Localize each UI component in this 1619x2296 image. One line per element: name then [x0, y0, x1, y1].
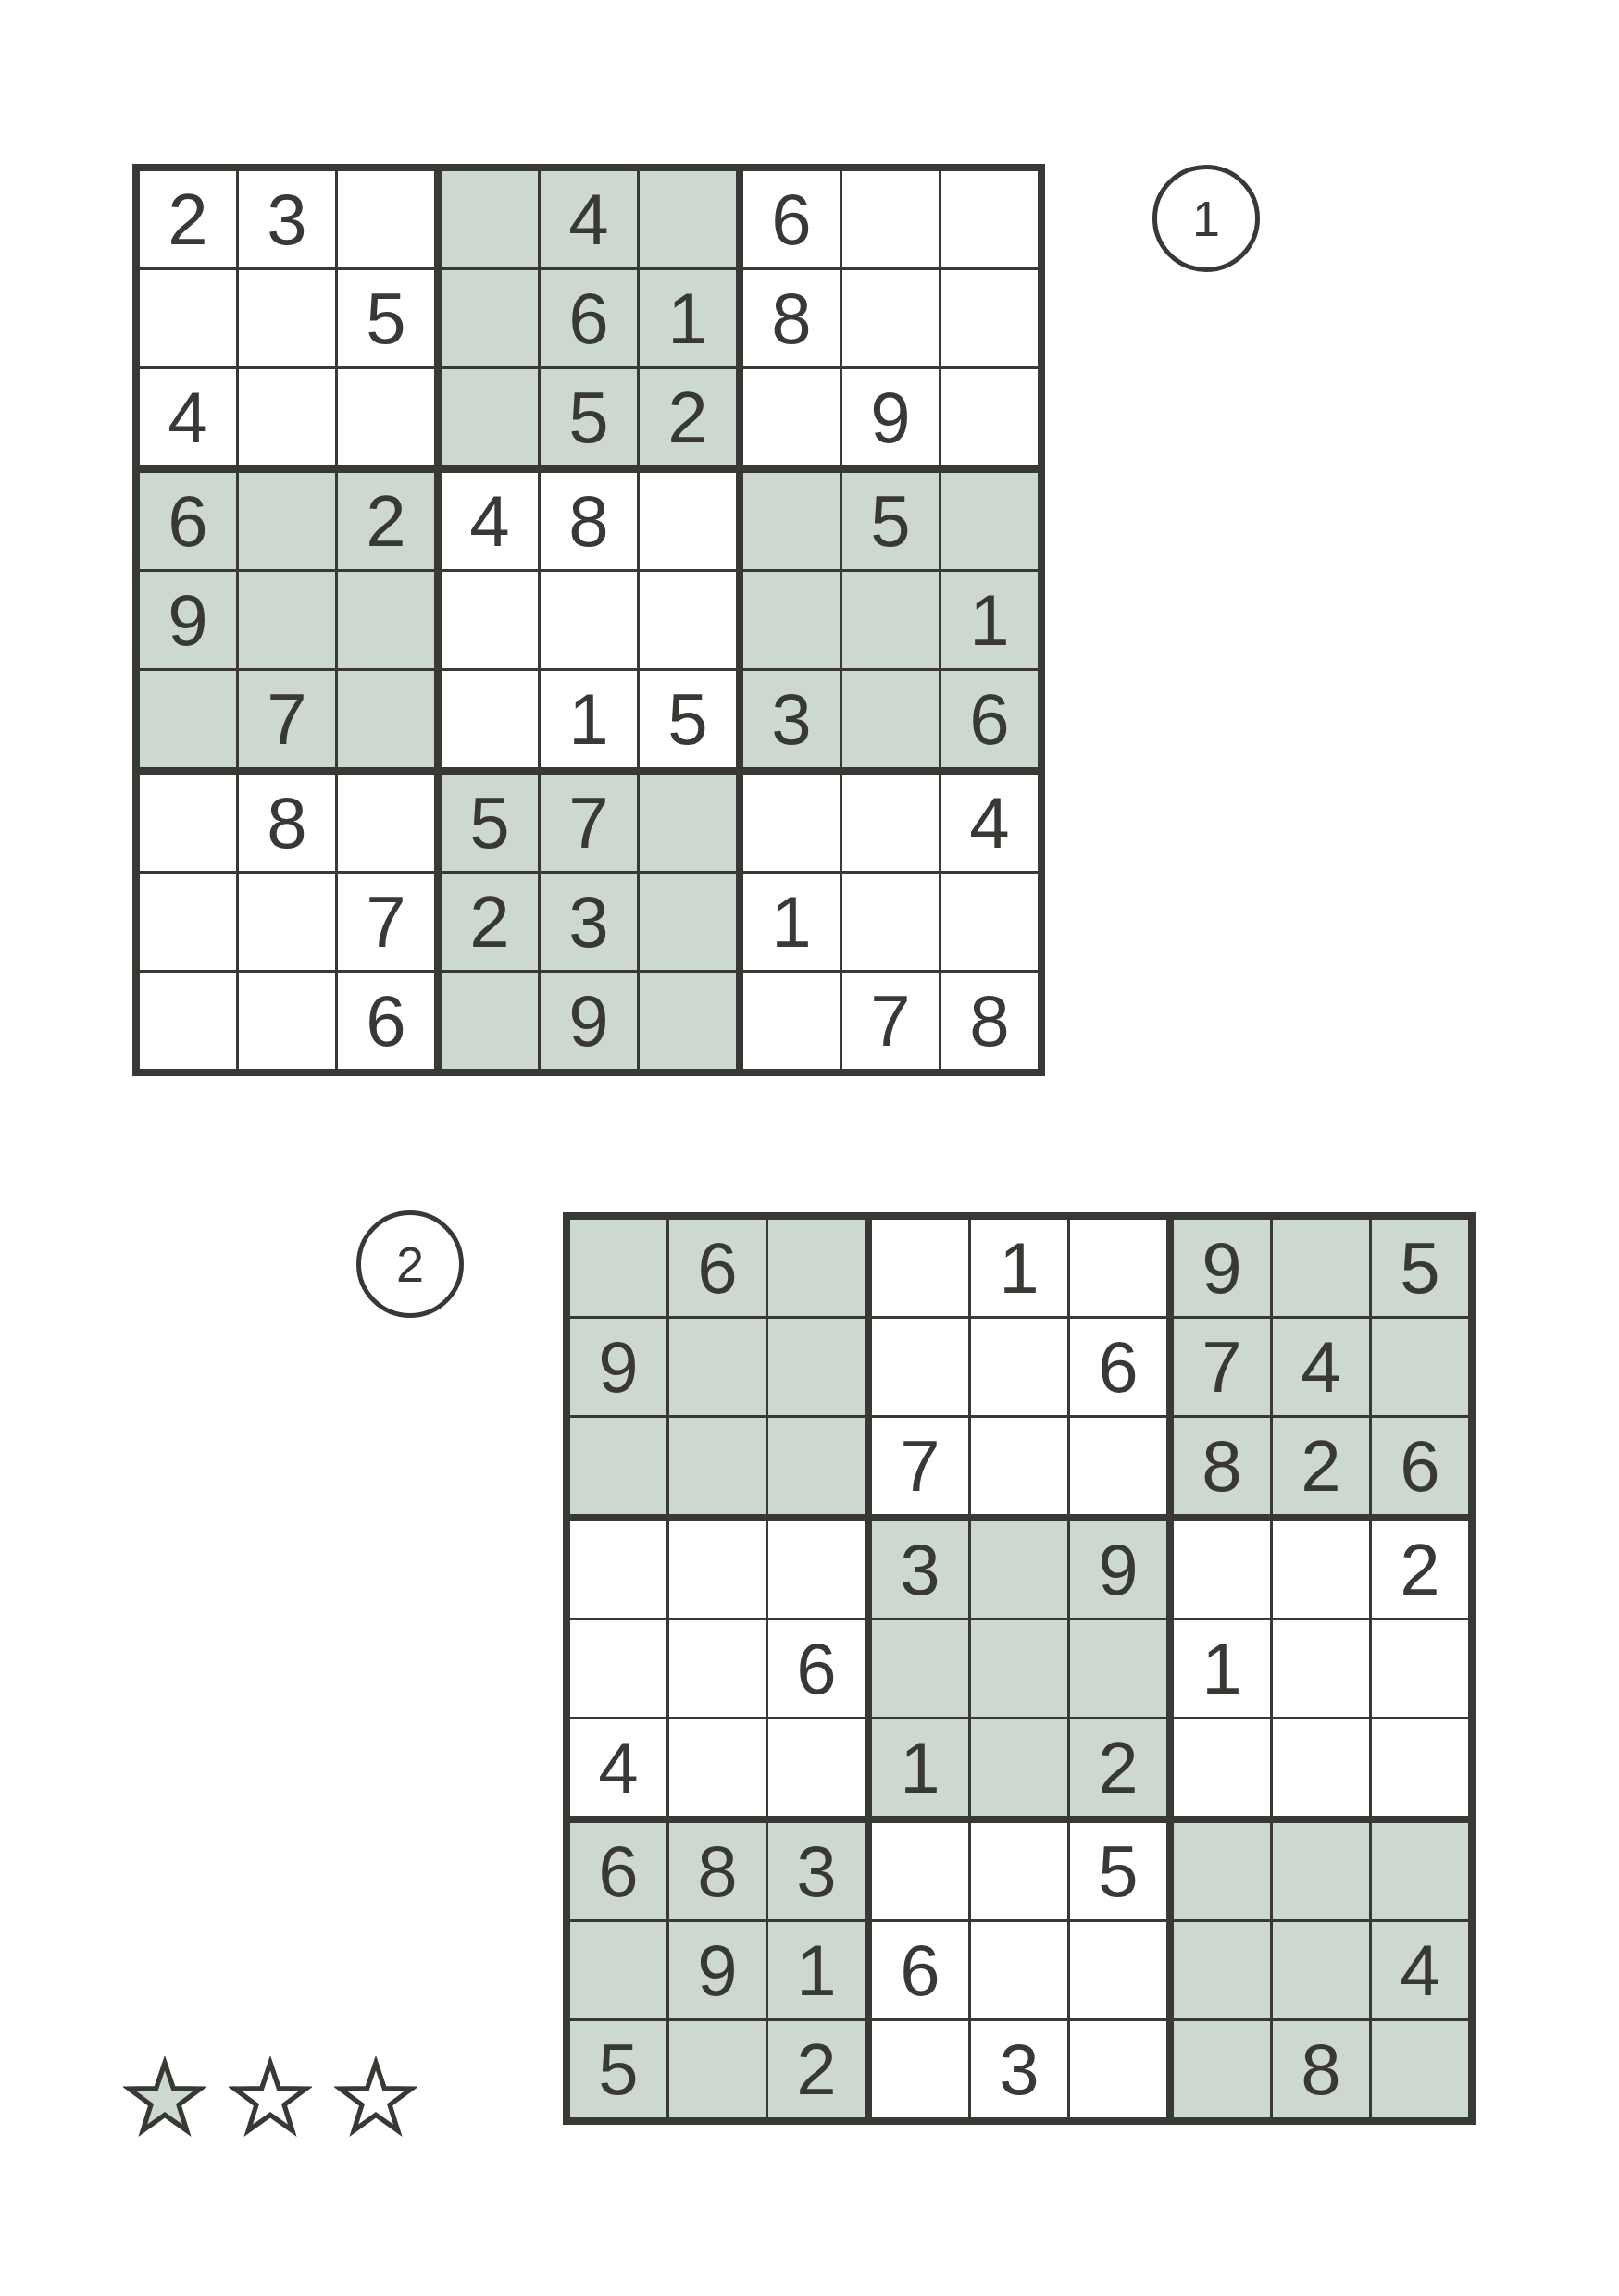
cell-r6c5	[971, 1719, 1070, 1823]
cell-r5c6	[1070, 1620, 1174, 1719]
puzzle-1-number: 1	[1192, 190, 1220, 247]
puzzle-2-number: 2	[396, 1235, 424, 1293]
cell-r5c7: 1	[1174, 1620, 1273, 1719]
cell-r9c4	[872, 2021, 971, 2117]
cell-r5c7	[743, 572, 842, 671]
cell-r4c4: 4	[442, 473, 541, 572]
cell-r1c6	[1070, 1220, 1174, 1319]
cell-r3c5	[971, 1418, 1070, 1521]
cell-r1c1	[570, 1220, 669, 1319]
cell-r7c8	[842, 775, 941, 874]
cell-r5c6	[640, 572, 743, 671]
cell-r3c7	[743, 369, 842, 473]
cell-r6c9: 6	[941, 671, 1038, 775]
cell-r6c5: 1	[541, 671, 640, 775]
cell-r2c2	[669, 1319, 768, 1418]
cell-r5c8	[842, 572, 941, 671]
cell-r4c6	[640, 473, 743, 572]
cell-r5c5	[971, 1620, 1070, 1719]
cell-r5c4	[442, 572, 541, 671]
sudoku-grid-2: 61959674782639261412683591645238	[563, 1212, 1476, 2125]
cell-r8c2	[239, 874, 338, 973]
cell-r1c8	[1273, 1220, 1372, 1319]
cell-r5c2	[669, 1620, 768, 1719]
cell-r7c6	[640, 775, 743, 874]
cell-r1c3	[768, 1220, 872, 1319]
difficulty-rating	[123, 2056, 417, 2138]
cell-r1c7: 9	[1174, 1220, 1273, 1319]
cell-r2c9	[941, 270, 1038, 369]
cell-r6c1	[140, 671, 239, 775]
cell-r4c2	[669, 1521, 768, 1620]
cell-r2c5: 6	[541, 270, 640, 369]
cell-r7c1: 6	[570, 1823, 669, 1922]
cell-r3c3	[338, 369, 442, 473]
cell-r2c8: 4	[1273, 1319, 1372, 1418]
cell-r1c4	[872, 1220, 971, 1319]
cell-r6c1: 4	[570, 1719, 669, 1823]
cell-r9c7	[743, 973, 842, 1069]
cell-r9c3: 6	[338, 973, 442, 1069]
cell-r2c7: 7	[1174, 1319, 1273, 1418]
sudoku-grid-1: 234656184529624859171536857472316978	[132, 164, 1045, 1076]
cell-r3c9	[941, 369, 1038, 473]
cell-r4c8: 5	[842, 473, 941, 572]
cell-r4c7	[1174, 1521, 1273, 1620]
cell-r3c8: 9	[842, 369, 941, 473]
cell-r9c2	[669, 2021, 768, 2117]
cell-r5c3	[338, 572, 442, 671]
cell-r2c1: 9	[570, 1319, 669, 1418]
cell-r9c9	[1372, 2021, 1468, 2117]
cell-r9c8: 8	[1273, 2021, 1372, 2117]
cell-r3c4	[442, 369, 541, 473]
cell-r4c6: 9	[1070, 1521, 1174, 1620]
cell-r4c4: 3	[872, 1521, 971, 1620]
cell-r3c3	[768, 1418, 872, 1521]
cell-r2c4	[872, 1319, 971, 1418]
cell-r7c2: 8	[239, 775, 338, 874]
cell-r1c5: 4	[541, 171, 640, 270]
cell-r8c9: 4	[1372, 1922, 1468, 2021]
cell-r7c7	[743, 775, 842, 874]
cell-r4c3: 2	[338, 473, 442, 572]
cell-r2c1	[140, 270, 239, 369]
cell-r1c5: 1	[971, 1220, 1070, 1319]
cell-r4c8	[1273, 1521, 1372, 1620]
cell-r8c8	[842, 874, 941, 973]
cell-r1c9: 5	[1372, 1220, 1468, 1319]
cell-r5c5	[541, 572, 640, 671]
cell-r6c3	[338, 671, 442, 775]
cell-r7c3	[338, 775, 442, 874]
cell-r6c3	[768, 1719, 872, 1823]
cell-r3c1: 4	[140, 369, 239, 473]
cell-r5c9: 1	[941, 572, 1038, 671]
cell-r9c5: 9	[541, 973, 640, 1069]
cell-r9c2	[239, 973, 338, 1069]
cell-r4c5: 8	[541, 473, 640, 572]
star-icon-filled	[123, 2056, 206, 2138]
cell-r8c7	[1174, 1922, 1273, 2021]
cell-r9c7	[1174, 2021, 1273, 2117]
cell-r1c6	[640, 171, 743, 270]
cell-r1c4	[442, 171, 541, 270]
cell-r2c2	[239, 270, 338, 369]
cell-r1c7: 6	[743, 171, 842, 270]
cell-r8c4: 6	[872, 1922, 971, 2021]
cell-r8c8	[1273, 1922, 1372, 2021]
puzzle-1-number-badge: 1	[1152, 165, 1260, 272]
cell-r7c1	[140, 775, 239, 874]
cell-r7c7	[1174, 1823, 1273, 1922]
cell-r4c2	[239, 473, 338, 572]
cell-r5c1	[570, 1620, 669, 1719]
cell-r2c9	[1372, 1319, 1468, 1418]
cell-r8c7: 1	[743, 874, 842, 973]
cell-r4c1: 6	[140, 473, 239, 572]
cell-r8c4: 2	[442, 874, 541, 973]
cell-r8c5: 3	[541, 874, 640, 973]
cell-r7c3: 3	[768, 1823, 872, 1922]
cell-r4c5	[971, 1521, 1070, 1620]
cell-r9c4	[442, 973, 541, 1069]
cell-r9c9: 8	[941, 973, 1038, 1069]
cell-r4c3	[768, 1521, 872, 1620]
cell-r6c8	[1273, 1719, 1372, 1823]
cell-r3c2	[239, 369, 338, 473]
cell-r1c3	[338, 171, 442, 270]
cell-r2c6: 6	[1070, 1319, 1174, 1418]
cell-r1c1: 2	[140, 171, 239, 270]
cell-r5c8	[1273, 1620, 1372, 1719]
cell-r2c6: 1	[640, 270, 743, 369]
cell-r7c8	[1273, 1823, 1372, 1922]
cell-r2c4	[442, 270, 541, 369]
cell-r4c7	[743, 473, 842, 572]
cell-r6c4	[442, 671, 541, 775]
cell-r7c2: 8	[669, 1823, 768, 1922]
puzzle-2-number-badge: 2	[356, 1210, 464, 1318]
cell-r3c8: 2	[1273, 1418, 1372, 1521]
cell-r6c6: 5	[640, 671, 743, 775]
cell-r7c9	[1372, 1823, 1468, 1922]
cell-r9c1: 5	[570, 2021, 669, 2117]
cell-r4c9	[941, 473, 1038, 572]
cell-r2c5	[971, 1319, 1070, 1418]
cell-r6c9	[1372, 1719, 1468, 1823]
cell-r4c1	[570, 1521, 669, 1620]
cell-r7c5	[971, 1823, 1070, 1922]
cell-r3c2	[669, 1418, 768, 1521]
cell-r7c4: 5	[442, 775, 541, 874]
cell-r8c6	[640, 874, 743, 973]
cell-r3c5: 5	[541, 369, 640, 473]
cell-r8c6	[1070, 1922, 1174, 2021]
cell-r8c9	[941, 874, 1038, 973]
cell-r7c5: 7	[541, 775, 640, 874]
cell-r1c8	[842, 171, 941, 270]
cell-r9c3: 2	[768, 2021, 872, 2117]
cell-r6c2	[669, 1719, 768, 1823]
cell-r8c1	[570, 1922, 669, 2021]
cell-r7c4	[872, 1823, 971, 1922]
cell-r9c8: 7	[842, 973, 941, 1069]
cell-r3c6: 2	[640, 369, 743, 473]
cell-r7c6: 5	[1070, 1823, 1174, 1922]
puzzle-page: 1 234656184529624859171536857472316978 2…	[0, 0, 1619, 2296]
cell-r6c4: 1	[872, 1719, 971, 1823]
cell-r9c1	[140, 973, 239, 1069]
cell-r1c2: 6	[669, 1220, 768, 1319]
cell-r6c7: 3	[743, 671, 842, 775]
cell-r6c8	[842, 671, 941, 775]
cell-r6c6: 2	[1070, 1719, 1174, 1823]
cell-r8c1	[140, 874, 239, 973]
cell-r6c7	[1174, 1719, 1273, 1823]
cell-r5c3: 6	[768, 1620, 872, 1719]
star-icon-empty	[334, 2056, 417, 2138]
cell-r7c9: 4	[941, 775, 1038, 874]
cell-r3c6	[1070, 1418, 1174, 1521]
cell-r3c4: 7	[872, 1418, 971, 1521]
cell-r2c3	[768, 1319, 872, 1418]
cell-r5c2	[239, 572, 338, 671]
cell-r5c9	[1372, 1620, 1468, 1719]
cell-r3c1	[570, 1418, 669, 1521]
cell-r1c2: 3	[239, 171, 338, 270]
cell-r8c3: 1	[768, 1922, 872, 2021]
cell-r8c3: 7	[338, 874, 442, 973]
cell-r2c8	[842, 270, 941, 369]
cell-r1c9	[941, 171, 1038, 270]
cell-r4c9: 2	[1372, 1521, 1468, 1620]
cell-r3c9: 6	[1372, 1418, 1468, 1521]
cell-r2c7: 8	[743, 270, 842, 369]
cell-r9c6	[640, 973, 743, 1069]
cell-r5c1: 9	[140, 572, 239, 671]
cell-r8c2: 9	[669, 1922, 768, 2021]
cell-r5c4	[872, 1620, 971, 1719]
cell-r3c7: 8	[1174, 1418, 1273, 1521]
cell-r6c2: 7	[239, 671, 338, 775]
cell-r9c6	[1070, 2021, 1174, 2117]
cell-r9c5: 3	[971, 2021, 1070, 2117]
cell-r2c3: 5	[338, 270, 442, 369]
star-icon-empty	[229, 2056, 312, 2138]
cell-r8c5	[971, 1922, 1070, 2021]
